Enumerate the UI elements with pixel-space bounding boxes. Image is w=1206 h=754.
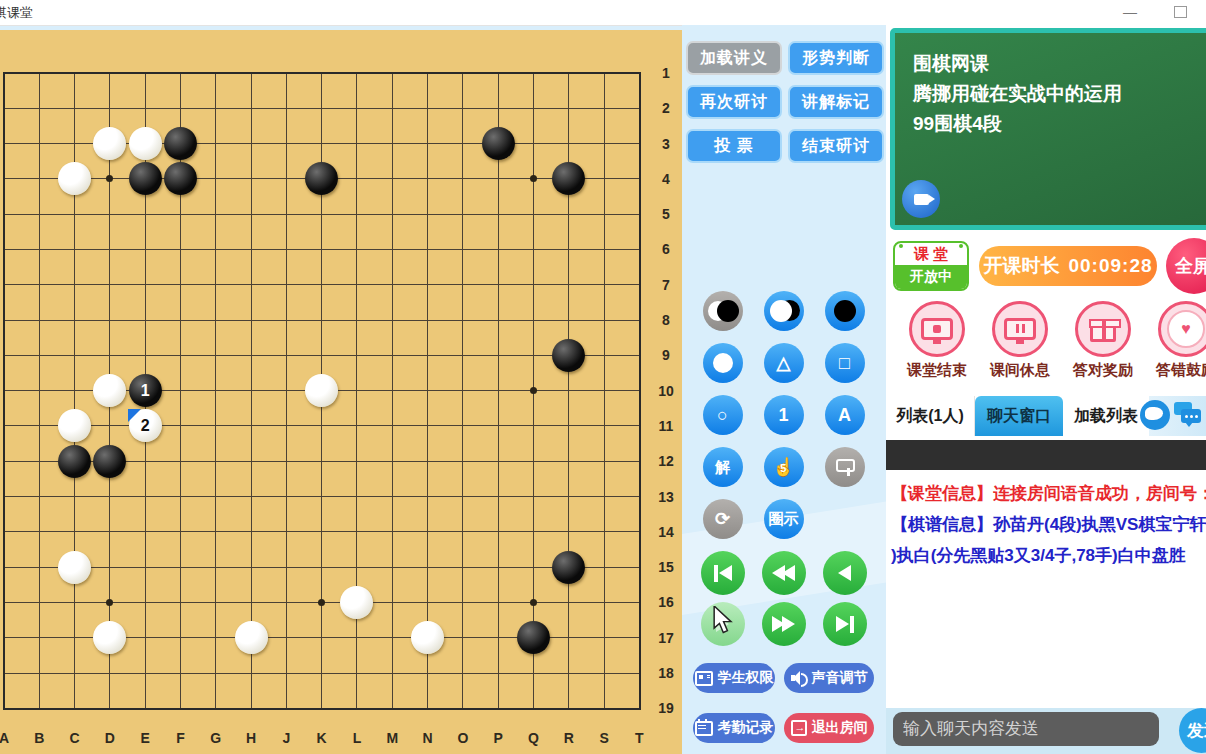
board-cell[interactable] xyxy=(551,373,586,408)
tool-refresh[interactable]: ⟳ xyxy=(703,499,743,539)
board-cell[interactable] xyxy=(198,408,233,443)
board-cell[interactable] xyxy=(375,302,410,337)
board-cell[interactable] xyxy=(551,585,586,620)
board-cell[interactable] xyxy=(92,585,127,620)
board-cell[interactable] xyxy=(233,655,268,690)
board-cell[interactable] xyxy=(516,267,551,302)
board-cell[interactable] xyxy=(304,91,339,126)
tool-square-marker[interactable]: □ xyxy=(825,343,865,383)
board-cell[interactable] xyxy=(339,197,374,232)
board-cell[interactable] xyxy=(586,161,621,196)
board-cell[interactable] xyxy=(339,585,374,620)
board-cell[interactable] xyxy=(198,444,233,479)
skip-to-end-button[interactable] xyxy=(823,602,867,646)
exit-room-button[interactable]: 退出房间 xyxy=(784,713,874,743)
board-cell[interactable] xyxy=(410,408,445,443)
board-cell[interactable] xyxy=(57,691,92,726)
board-cell[interactable] xyxy=(339,267,374,302)
student-permission-button[interactable]: 学生权限 xyxy=(693,663,775,693)
board-cell[interactable] xyxy=(586,655,621,690)
board-cell[interactable] xyxy=(481,655,516,690)
correct-reward-button[interactable]: 答对奖励 xyxy=(1070,301,1136,380)
board-cell[interactable] xyxy=(481,479,516,514)
board-cell[interactable] xyxy=(269,232,304,267)
board-cell[interactable] xyxy=(516,514,551,549)
board-cell[interactable] xyxy=(0,302,22,337)
board-cell[interactable] xyxy=(128,91,163,126)
tool-triangle-marker[interactable]: △ xyxy=(764,343,804,383)
board-cell[interactable] xyxy=(516,620,551,655)
board-cell[interactable] xyxy=(586,126,621,161)
board-cell[interactable] xyxy=(163,620,198,655)
position-judge-button[interactable]: 形势判断 xyxy=(788,41,884,75)
board-cell[interactable] xyxy=(586,514,621,549)
board-cell[interactable] xyxy=(410,373,445,408)
board-cell[interactable] xyxy=(128,267,163,302)
chat-bubbles-icon[interactable] xyxy=(1174,400,1204,430)
board-cell[interactable] xyxy=(445,338,480,373)
board-cell[interactable] xyxy=(163,408,198,443)
board-cell[interactable] xyxy=(233,161,268,196)
board-cell[interactable] xyxy=(269,373,304,408)
board-cell[interactable] xyxy=(22,197,57,232)
board-cell[interactable] xyxy=(269,620,304,655)
board-cell[interactable] xyxy=(375,373,410,408)
board-cell[interactable] xyxy=(0,197,22,232)
board-cell[interactable] xyxy=(0,55,22,90)
load-lecture-button[interactable]: 加载讲义 xyxy=(686,41,782,75)
board-cell[interactable] xyxy=(304,197,339,232)
board-cell[interactable] xyxy=(198,232,233,267)
board-cell[interactable] xyxy=(410,479,445,514)
board-cell[interactable] xyxy=(375,550,410,585)
board-cell[interactable] xyxy=(304,232,339,267)
board-cell[interactable] xyxy=(410,161,445,196)
board-cell[interactable] xyxy=(339,408,374,443)
board-cell[interactable] xyxy=(198,514,233,549)
board-cell[interactable] xyxy=(410,691,445,726)
board-cell[interactable] xyxy=(445,620,480,655)
play-button[interactable] xyxy=(701,602,745,646)
board-cell[interactable] xyxy=(163,691,198,726)
board-cell[interactable] xyxy=(0,91,22,126)
board-cell[interactable] xyxy=(0,267,22,302)
board-cell[interactable] xyxy=(92,655,127,690)
board-cell[interactable] xyxy=(586,620,621,655)
board-cell[interactable] xyxy=(551,126,586,161)
board-cell[interactable] xyxy=(304,514,339,549)
board-cell[interactable] xyxy=(586,197,621,232)
board-cell[interactable] xyxy=(57,514,92,549)
board-cell[interactable] xyxy=(410,91,445,126)
board-cell[interactable] xyxy=(551,479,586,514)
board-cell[interactable] xyxy=(304,126,339,161)
board-cell[interactable] xyxy=(233,197,268,232)
board-cell[interactable] xyxy=(339,444,374,479)
board-cell[interactable] xyxy=(586,479,621,514)
board-cell[interactable] xyxy=(551,550,586,585)
board-cell[interactable] xyxy=(410,620,445,655)
tool-circle-marker[interactable]: ○ xyxy=(703,395,743,435)
board-cell[interactable] xyxy=(92,550,127,585)
board-cell[interactable] xyxy=(92,620,127,655)
board-cell[interactable] xyxy=(0,620,22,655)
board-cell[interactable] xyxy=(128,691,163,726)
board-cell[interactable] xyxy=(22,620,57,655)
board-cell[interactable] xyxy=(198,55,233,90)
board-cell[interactable] xyxy=(481,267,516,302)
board-cell[interactable] xyxy=(233,585,268,620)
board-cell[interactable] xyxy=(445,585,480,620)
board-cell[interactable] xyxy=(269,655,304,690)
board-cell[interactable] xyxy=(445,691,480,726)
board-cell[interactable] xyxy=(339,91,374,126)
board-cell[interactable] xyxy=(304,620,339,655)
send-button[interactable]: 发送 xyxy=(1179,708,1206,753)
board-cell[interactable] xyxy=(233,55,268,90)
board-cell[interactable] xyxy=(481,338,516,373)
tool-white-stone[interactable] xyxy=(764,291,804,331)
board-cell[interactable] xyxy=(481,408,516,443)
board-cell[interactable] xyxy=(339,126,374,161)
board-cell[interactable] xyxy=(233,338,268,373)
video-camera-button[interactable] xyxy=(902,180,940,218)
board-cell[interactable] xyxy=(92,161,127,196)
end-discuss-button[interactable]: 结束研讨 xyxy=(788,129,884,163)
board-cell[interactable] xyxy=(0,691,22,726)
board-cell[interactable] xyxy=(92,197,127,232)
board-cell[interactable] xyxy=(92,126,127,161)
board-cell[interactable] xyxy=(375,585,410,620)
board-cell[interactable] xyxy=(92,232,127,267)
board-cell[interactable] xyxy=(445,302,480,337)
board-cell[interactable] xyxy=(22,161,57,196)
board-cell[interactable] xyxy=(269,126,304,161)
board-cell[interactable] xyxy=(551,655,586,690)
board-cell[interactable] xyxy=(481,232,516,267)
board-cell[interactable] xyxy=(304,691,339,726)
skip-to-start-button[interactable] xyxy=(701,551,745,595)
board-cell[interactable] xyxy=(57,550,92,585)
board-cell[interactable] xyxy=(22,232,57,267)
board-cell[interactable] xyxy=(233,91,268,126)
board-cell[interactable] xyxy=(516,691,551,726)
board-cell[interactable] xyxy=(128,161,163,196)
board-cell[interactable] xyxy=(304,408,339,443)
board-cell[interactable] xyxy=(57,126,92,161)
board-cell[interactable] xyxy=(92,691,127,726)
board-cell[interactable] xyxy=(410,514,445,549)
board-cell[interactable] xyxy=(375,232,410,267)
board-cell[interactable] xyxy=(92,267,127,302)
board-cell[interactable] xyxy=(516,232,551,267)
board-cell[interactable] xyxy=(586,91,621,126)
board-cell[interactable]: 2 xyxy=(128,408,163,443)
board-cell[interactable] xyxy=(128,444,163,479)
board-cell[interactable] xyxy=(22,302,57,337)
board-cell[interactable] xyxy=(128,550,163,585)
board-cell[interactable] xyxy=(445,91,480,126)
board-cell[interactable] xyxy=(339,302,374,337)
board-cell[interactable] xyxy=(339,550,374,585)
board-cell[interactable] xyxy=(481,197,516,232)
board-cell[interactable] xyxy=(233,267,268,302)
board-cell[interactable] xyxy=(410,267,445,302)
board-cell[interactable] xyxy=(586,444,621,479)
board-cell[interactable] xyxy=(198,197,233,232)
board-cell[interactable] xyxy=(163,550,198,585)
board-cell[interactable] xyxy=(339,338,374,373)
board-cell[interactable] xyxy=(375,408,410,443)
board-cell[interactable] xyxy=(163,126,198,161)
tool-hand-raise[interactable]: ☝5 xyxy=(764,447,804,487)
board-cell[interactable] xyxy=(551,514,586,549)
board-cell[interactable] xyxy=(57,302,92,337)
board-cell[interactable] xyxy=(57,232,92,267)
board-cell[interactable] xyxy=(198,267,233,302)
board-cell[interactable] xyxy=(375,479,410,514)
board-cell[interactable] xyxy=(0,479,22,514)
board-cell[interactable] xyxy=(516,408,551,443)
board-cell[interactable] xyxy=(304,444,339,479)
globe-icon[interactable] xyxy=(1140,400,1170,430)
board-cell[interactable] xyxy=(0,373,22,408)
board-cell[interactable] xyxy=(22,514,57,549)
board-cell[interactable] xyxy=(57,479,92,514)
board-cell[interactable] xyxy=(516,161,551,196)
board-cell[interactable] xyxy=(481,585,516,620)
board-cell[interactable] xyxy=(445,550,480,585)
board-cell[interactable] xyxy=(551,338,586,373)
board-cell[interactable] xyxy=(198,302,233,337)
board-cell[interactable] xyxy=(22,444,57,479)
tool-paint[interactable] xyxy=(825,447,865,487)
board-cell[interactable] xyxy=(375,197,410,232)
board-cell[interactable] xyxy=(481,126,516,161)
board-cell[interactable] xyxy=(198,126,233,161)
board-cell[interactable] xyxy=(92,514,127,549)
explain-mark-button[interactable]: 讲解标记 xyxy=(788,85,884,119)
board-cell[interactable] xyxy=(304,655,339,690)
board-cell[interactable] xyxy=(92,55,127,90)
board-cell[interactable] xyxy=(551,197,586,232)
board-cell[interactable] xyxy=(586,373,621,408)
board-cell[interactable] xyxy=(516,655,551,690)
board-cell[interactable] xyxy=(516,550,551,585)
board-cell[interactable] xyxy=(445,444,480,479)
board-cell[interactable] xyxy=(339,55,374,90)
board-cell[interactable] xyxy=(57,91,92,126)
board-cell[interactable] xyxy=(375,267,410,302)
board-cell[interactable] xyxy=(586,302,621,337)
board-cell[interactable] xyxy=(481,550,516,585)
board-cell[interactable] xyxy=(339,620,374,655)
board-cell[interactable] xyxy=(92,479,127,514)
board-cell[interactable] xyxy=(92,91,127,126)
board-cell[interactable] xyxy=(233,373,268,408)
board-cell[interactable] xyxy=(445,126,480,161)
board-cell[interactable] xyxy=(481,444,516,479)
board-cell[interactable] xyxy=(128,338,163,373)
board-cell[interactable] xyxy=(551,232,586,267)
board-cell[interactable] xyxy=(551,267,586,302)
board-cell[interactable] xyxy=(233,126,268,161)
board-cell[interactable] xyxy=(163,197,198,232)
board-cell[interactable] xyxy=(233,550,268,585)
board-cell[interactable] xyxy=(22,585,57,620)
board-cell[interactable] xyxy=(516,91,551,126)
board-cell[interactable] xyxy=(481,55,516,90)
board-cell[interactable] xyxy=(516,373,551,408)
board-cell[interactable] xyxy=(375,55,410,90)
board-cell[interactable] xyxy=(22,267,57,302)
board-cell[interactable] xyxy=(128,585,163,620)
board-cell[interactable] xyxy=(269,338,304,373)
board-cell[interactable] xyxy=(233,479,268,514)
board-cell[interactable] xyxy=(0,161,22,196)
board-cell[interactable] xyxy=(163,55,198,90)
board-cell[interactable]: 1 xyxy=(128,373,163,408)
board-cell[interactable] xyxy=(57,408,92,443)
board-cell[interactable] xyxy=(304,373,339,408)
board-cell[interactable] xyxy=(586,232,621,267)
board-cell[interactable] xyxy=(304,338,339,373)
board-cell[interactable] xyxy=(198,585,233,620)
chat-input[interactable] xyxy=(893,712,1159,746)
board-cell[interactable] xyxy=(551,444,586,479)
board-cell[interactable] xyxy=(375,514,410,549)
board-cell[interactable] xyxy=(586,550,621,585)
board-cell[interactable] xyxy=(0,408,22,443)
board-cell[interactable] xyxy=(304,161,339,196)
board-cell[interactable] xyxy=(163,655,198,690)
board-cell[interactable] xyxy=(445,479,480,514)
tool-black-stone[interactable] xyxy=(825,291,865,331)
board-cell[interactable] xyxy=(586,55,621,90)
board-cell[interactable] xyxy=(551,620,586,655)
step-back-button[interactable] xyxy=(823,551,867,595)
board-cell[interactable] xyxy=(339,691,374,726)
board-cell[interactable] xyxy=(57,620,92,655)
board-cell[interactable] xyxy=(516,479,551,514)
board-cell[interactable] xyxy=(586,691,621,726)
board-cell[interactable] xyxy=(0,126,22,161)
board-cell[interactable] xyxy=(128,302,163,337)
board-cell[interactable] xyxy=(22,373,57,408)
board-cell[interactable] xyxy=(269,55,304,90)
board-cell[interactable] xyxy=(57,373,92,408)
board-cell[interactable] xyxy=(163,232,198,267)
board-cell[interactable] xyxy=(586,267,621,302)
board-cell[interactable] xyxy=(128,479,163,514)
minimize-button[interactable]: — xyxy=(1110,0,1150,24)
board-cell[interactable] xyxy=(163,514,198,549)
board-cell[interactable] xyxy=(410,232,445,267)
board-cell[interactable] xyxy=(445,161,480,196)
board-cell[interactable] xyxy=(0,550,22,585)
tool-circle-show[interactable]: 圈示 xyxy=(764,499,804,539)
board-cell[interactable] xyxy=(481,302,516,337)
board-cell[interactable] xyxy=(375,338,410,373)
tool-eraser[interactable] xyxy=(703,343,743,383)
tool-number-marker[interactable]: 1 xyxy=(764,395,804,435)
board-cell[interactable] xyxy=(22,655,57,690)
tab-chat-window[interactable]: 聊天窗口 xyxy=(975,396,1063,436)
board-cell[interactable] xyxy=(269,197,304,232)
board-cell[interactable] xyxy=(410,197,445,232)
board-cell[interactable] xyxy=(0,338,22,373)
board-cell[interactable] xyxy=(128,655,163,690)
board-cell[interactable] xyxy=(410,55,445,90)
fast-forward-button[interactable] xyxy=(762,602,806,646)
board-cell[interactable] xyxy=(163,161,198,196)
board-cell[interactable] xyxy=(339,232,374,267)
board-cell[interactable] xyxy=(304,267,339,302)
board-cell[interactable] xyxy=(198,338,233,373)
tool-alternate-stones[interactable] xyxy=(703,291,743,331)
board-cell[interactable] xyxy=(339,373,374,408)
chat-message-area[interactable]: 【课堂信息】连接房间语音成功，房间号：2 【棋谱信息】孙苗丹(4段)执黑VS棋宝… xyxy=(886,470,1206,710)
board-cell[interactable] xyxy=(0,585,22,620)
board-cell[interactable] xyxy=(163,267,198,302)
board-cell[interactable] xyxy=(128,232,163,267)
board-cell[interactable] xyxy=(410,444,445,479)
board-cell[interactable] xyxy=(57,55,92,90)
board-cell[interactable] xyxy=(269,585,304,620)
board-cell[interactable] xyxy=(163,585,198,620)
board-cell[interactable] xyxy=(57,655,92,690)
board-cell[interactable] xyxy=(410,302,445,337)
board-cell[interactable] xyxy=(269,302,304,337)
board-cell[interactable] xyxy=(269,444,304,479)
board-cell[interactable] xyxy=(57,197,92,232)
board-cell[interactable] xyxy=(198,161,233,196)
tab-member-list[interactable]: 列表(1人) xyxy=(886,396,975,436)
tab-load-list[interactable]: 加载列表 xyxy=(1063,396,1149,436)
board-cell[interactable] xyxy=(0,444,22,479)
board-cell[interactable] xyxy=(551,691,586,726)
board-cell[interactable] xyxy=(375,126,410,161)
board-cell[interactable] xyxy=(445,655,480,690)
rewind-button[interactable] xyxy=(762,551,806,595)
board-cell[interactable] xyxy=(22,91,57,126)
board-cell[interactable] xyxy=(128,197,163,232)
board-cell[interactable] xyxy=(410,126,445,161)
wrong-encourage-button[interactable]: ♥ 答错鼓励 xyxy=(1153,301,1206,380)
board-cell[interactable] xyxy=(410,585,445,620)
board-cell[interactable] xyxy=(481,161,516,196)
board-cell[interactable] xyxy=(304,55,339,90)
board-cell[interactable] xyxy=(163,444,198,479)
board-cell[interactable] xyxy=(128,620,163,655)
board-cell[interactable] xyxy=(57,444,92,479)
board-cell[interactable] xyxy=(551,161,586,196)
board-cell[interactable] xyxy=(269,408,304,443)
board-cell[interactable] xyxy=(551,91,586,126)
board-cell[interactable] xyxy=(375,655,410,690)
board-cell[interactable] xyxy=(0,232,22,267)
board-cell[interactable] xyxy=(269,550,304,585)
board-cell[interactable] xyxy=(516,126,551,161)
board-cell[interactable] xyxy=(233,232,268,267)
maximize-button[interactable] xyxy=(1160,0,1200,24)
attendance-record-button[interactable]: 考勤记录 xyxy=(693,713,775,743)
board-cell[interactable] xyxy=(57,585,92,620)
board-cell[interactable] xyxy=(269,479,304,514)
board-cell[interactable] xyxy=(269,161,304,196)
board-cell[interactable] xyxy=(516,444,551,479)
board-cell[interactable] xyxy=(92,373,127,408)
